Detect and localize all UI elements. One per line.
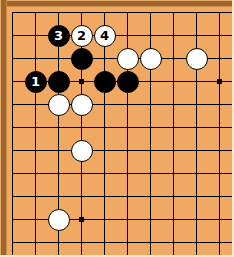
black-stone-move-3: 3: [48, 25, 70, 47]
white-stone: [71, 94, 93, 116]
black-stone: [71, 48, 93, 70]
star-point: [79, 217, 84, 222]
board-edge-top: [0, 0, 234, 7]
black-stone-move-1: 1: [25, 71, 47, 93]
black-stone: [48, 71, 70, 93]
intersections-grid: 3241: [1, 1, 231, 254]
white-stone-move-2: 2: [71, 25, 93, 47]
image-edge-right: [232, 0, 234, 257]
white-stone: [48, 209, 70, 231]
star-point: [79, 79, 84, 84]
white-stone: [117, 48, 139, 70]
black-stone: [94, 71, 116, 93]
white-stone: [71, 140, 93, 162]
black-stone: [117, 71, 139, 93]
white-stone: [140, 48, 162, 70]
white-stone: [48, 94, 70, 116]
star-point: [217, 79, 222, 84]
go-diagram-page: 3241: [0, 0, 234, 257]
board-edge-left: [0, 0, 7, 257]
white-stone: [186, 48, 208, 70]
white-stone-move-4: 4: [94, 25, 116, 47]
